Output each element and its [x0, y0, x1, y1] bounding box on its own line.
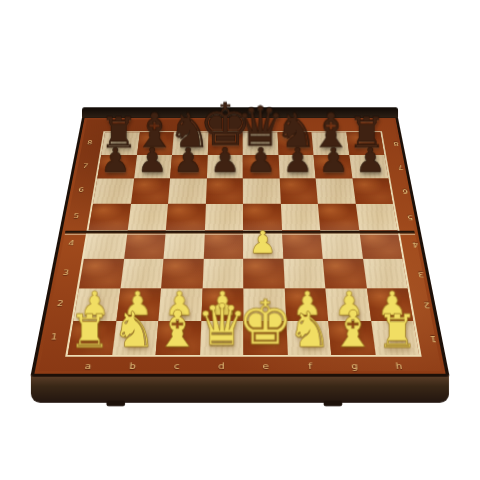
file-label-f: f	[302, 361, 319, 372]
square-h5	[355, 204, 397, 231]
square-c5	[166, 204, 206, 231]
rank-label-left-2: 2	[51, 299, 68, 309]
piece-black-pawn-f7: ♟	[282, 144, 312, 178]
rank-label-right-2: 2	[418, 299, 435, 309]
square-f6	[279, 178, 318, 203]
square-f1: ♞	[286, 321, 331, 355]
square-b5	[127, 204, 168, 231]
square-f5	[280, 204, 320, 231]
piece-white-knight-f1: ♞	[287, 305, 331, 354]
square-d6	[205, 178, 242, 203]
square-b7: ♟	[134, 155, 172, 179]
square-h7: ♟	[349, 155, 388, 179]
square-c1: ♝	[156, 321, 201, 355]
file-label-a: a	[79, 361, 97, 372]
rank-label-right-6: 6	[397, 187, 412, 195]
piece-white-knight-b1: ♞	[112, 305, 156, 354]
square-c6	[168, 178, 206, 203]
square-f4	[282, 230, 323, 258]
piece-white-bishop-c1: ♝	[155, 304, 200, 354]
file-label-e: e	[258, 361, 274, 372]
rank-label-left-3: 3	[57, 269, 73, 278]
rank-label-right-8: 8	[389, 140, 403, 147]
square-a1: ♜	[68, 321, 116, 355]
rank-label-left-5: 5	[68, 212, 83, 220]
square-b4	[124, 230, 166, 258]
rank-label-left-7: 7	[78, 163, 92, 170]
piece-white-rook-a1: ♜	[69, 308, 110, 354]
square-c7: ♟	[170, 155, 207, 179]
file-label-b: b	[124, 361, 141, 372]
piece-black-pawn-h7: ♟	[355, 144, 385, 178]
perspective-scene: ♜♝♞♚♛♞♝♜♟♟♟♟♟♟♟♟♟♟♟♟♟♟♟♟♜♞♝♛♚♞♝♜ abcdefg…	[0, 0, 480, 480]
file-label-h: h	[390, 361, 408, 372]
chessboard: ♜♝♞♚♛♞♝♜♟♟♟♟♟♟♟♟♟♟♟♟♟♟♟♟♜♞♝♛♚♞♝♜ abcdefg…	[30, 116, 449, 376]
square-a5	[89, 204, 131, 231]
piece-black-pawn-a7: ♟	[100, 144, 130, 178]
file-label-d: d	[213, 361, 229, 372]
file-label-c: c	[168, 361, 185, 372]
square-g4	[320, 230, 362, 258]
file-label-g: g	[346, 361, 363, 372]
square-b6	[131, 178, 171, 203]
piece-black-pawn-e7: ♟	[246, 144, 276, 178]
square-c4	[164, 230, 205, 258]
hinge-clasp-right	[324, 400, 343, 406]
rank-label-right-4: 4	[407, 240, 423, 249]
square-h6	[352, 178, 393, 203]
board-border-band: ♜♝♞♚♛♞♝♜♟♟♟♟♟♟♟♟♟♟♟♟♟♟♟♟♜♞♝♛♚♞♝♜ abcdefg…	[38, 119, 441, 370]
rank-label-right-5: 5	[402, 212, 417, 220]
square-a7: ♟	[97, 155, 136, 179]
piece-white-pawn-e4: ♟	[249, 227, 277, 258]
square-b1: ♞	[112, 321, 159, 355]
piece-black-pawn-g7: ♟	[318, 144, 348, 178]
square-a6	[93, 178, 134, 203]
rank-label-right-3: 3	[412, 269, 428, 278]
square-e1: ♚	[243, 321, 287, 355]
piece-black-pawn-d7: ♟	[209, 144, 239, 178]
rank-label-right-7: 7	[393, 163, 407, 170]
piece-white-rook-h1: ♜	[377, 308, 418, 354]
square-d7: ♟	[206, 155, 242, 179]
chess-set-photo: ♜♝♞♚♛♞♝♜♟♟♟♟♟♟♟♟♟♟♟♟♟♟♟♟♜♞♝♛♚♞♝♜ abcdefg…	[0, 0, 480, 480]
square-g7: ♟	[314, 155, 352, 179]
rank-label-left-6: 6	[73, 187, 88, 195]
square-e6	[243, 178, 281, 203]
square-e3	[243, 258, 284, 288]
square-a4	[84, 230, 127, 258]
rank-label-left-8: 8	[83, 140, 97, 147]
squares-grid: ♜♝♞♚♛♞♝♜♟♟♟♟♟♟♟♟♟♟♟♟♟♟♟♟♜♞♝♛♚♞♝♜	[65, 131, 422, 357]
board-front-edge	[31, 374, 449, 403]
rank-label-left-4: 4	[63, 240, 79, 249]
square-g6	[316, 178, 356, 203]
square-e4: ♟	[243, 230, 283, 258]
hinge-clasp-left	[106, 400, 125, 406]
piece-black-pawn-c7: ♟	[173, 144, 203, 178]
piece-black-pawn-b7: ♟	[137, 144, 167, 178]
square-e7: ♟	[243, 155, 279, 179]
square-g1: ♝	[328, 321, 375, 355]
square-g5	[318, 204, 359, 231]
piece-white-king-e1: ♚	[238, 293, 293, 355]
rank-label-left-1: 1	[45, 332, 63, 343]
square-d5	[204, 204, 243, 231]
rank-label-right-1: 1	[424, 332, 442, 343]
piece-white-bishop-g1: ♝	[331, 304, 376, 354]
square-f7: ♟	[278, 155, 315, 179]
square-h1: ♜	[371, 321, 419, 355]
square-d4	[203, 230, 243, 258]
square-h4	[359, 230, 403, 258]
